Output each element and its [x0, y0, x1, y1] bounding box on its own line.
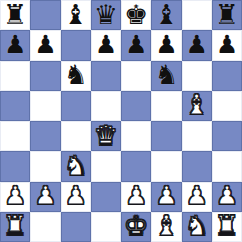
- square-d3[interactable]: [91, 151, 121, 181]
- piece-black-pawn[interactable]: ♟: [125, 32, 147, 57]
- piece-white-rook[interactable]: ♜: [3, 212, 27, 239]
- square-b2[interactable]: ♟: [30, 182, 60, 212]
- square-c2[interactable]: ♟: [61, 182, 91, 212]
- square-a3[interactable]: [0, 151, 30, 181]
- square-e5[interactable]: [121, 91, 151, 121]
- piece-black-pawn[interactable]: ♟: [216, 32, 238, 57]
- square-f8[interactable]: ♝: [151, 0, 181, 30]
- square-a7[interactable]: ♟: [0, 30, 30, 60]
- square-e4[interactable]: [121, 121, 151, 151]
- piece-white-knight[interactable]: ♞: [185, 212, 209, 239]
- square-d4[interactable]: ♛: [91, 121, 121, 151]
- square-h3[interactable]: [212, 151, 242, 181]
- square-a5[interactable]: [0, 91, 30, 121]
- square-b7[interactable]: ♟: [30, 30, 60, 60]
- square-f2[interactable]: ♟: [151, 182, 181, 212]
- square-f6[interactable]: ♞: [151, 61, 181, 91]
- square-h4[interactable]: [212, 121, 242, 151]
- square-b4[interactable]: [30, 121, 60, 151]
- square-c8[interactable]: ♝: [61, 0, 91, 30]
- square-e3[interactable]: [121, 151, 151, 181]
- square-g4[interactable]: [182, 121, 212, 151]
- square-f3[interactable]: [151, 151, 181, 181]
- chess-board: ♜♝♛♚♝♜♟♟♟♟♟♟♟♞♞♝♛♞♟♟♟♟♟♟♟♜♚♝♞♜: [0, 0, 242, 242]
- square-h6[interactable]: [212, 61, 242, 91]
- square-f7[interactable]: ♟: [151, 30, 181, 60]
- piece-black-rook[interactable]: ♜: [3, 1, 27, 28]
- square-d2[interactable]: [91, 182, 121, 212]
- square-d5[interactable]: [91, 91, 121, 121]
- square-h7[interactable]: ♟: [212, 30, 242, 60]
- piece-white-pawn[interactable]: ♟: [185, 183, 207, 208]
- piece-black-pawn[interactable]: ♟: [185, 32, 207, 57]
- square-h8[interactable]: ♜: [212, 0, 242, 30]
- square-b1[interactable]: [30, 212, 60, 242]
- piece-black-pawn[interactable]: ♟: [155, 32, 177, 57]
- square-g2[interactable]: ♟: [182, 182, 212, 212]
- square-b8[interactable]: [30, 0, 60, 30]
- piece-white-rook[interactable]: ♜: [215, 212, 239, 239]
- piece-white-pawn[interactable]: ♟: [216, 183, 238, 208]
- piece-black-queen[interactable]: ♛: [94, 1, 118, 28]
- piece-white-bishop[interactable]: ♝: [154, 212, 178, 239]
- square-g5[interactable]: ♝: [182, 91, 212, 121]
- square-c6[interactable]: ♞: [61, 61, 91, 91]
- square-e2[interactable]: ♟: [121, 182, 151, 212]
- square-b3[interactable]: [30, 151, 60, 181]
- square-g3[interactable]: [182, 151, 212, 181]
- square-e1[interactable]: ♚: [121, 212, 151, 242]
- piece-black-pawn[interactable]: ♟: [95, 32, 117, 57]
- square-d1[interactable]: [91, 212, 121, 242]
- square-g6[interactable]: [182, 61, 212, 91]
- piece-black-bishop[interactable]: ♝: [64, 1, 88, 28]
- square-d7[interactable]: ♟: [91, 30, 121, 60]
- square-e8[interactable]: ♚: [121, 0, 151, 30]
- square-g8[interactable]: [182, 0, 212, 30]
- square-c1[interactable]: [61, 212, 91, 242]
- square-c7[interactable]: [61, 30, 91, 60]
- square-e6[interactable]: [121, 61, 151, 91]
- square-h5[interactable]: [212, 91, 242, 121]
- piece-white-bishop[interactable]: ♝: [185, 91, 209, 118]
- square-a4[interactable]: [0, 121, 30, 151]
- square-d8[interactable]: ♛: [91, 0, 121, 30]
- square-e7[interactable]: ♟: [121, 30, 151, 60]
- piece-white-pawn[interactable]: ♟: [64, 183, 86, 208]
- piece-black-knight[interactable]: ♞: [64, 61, 88, 88]
- square-b5[interactable]: [30, 91, 60, 121]
- piece-white-queen[interactable]: ♛: [94, 122, 118, 149]
- piece-white-pawn[interactable]: ♟: [125, 183, 147, 208]
- square-h2[interactable]: ♟: [212, 182, 242, 212]
- piece-white-pawn[interactable]: ♟: [4, 183, 26, 208]
- square-f5[interactable]: [151, 91, 181, 121]
- square-a6[interactable]: [0, 61, 30, 91]
- piece-black-pawn[interactable]: ♟: [4, 32, 26, 57]
- square-a1[interactable]: ♜: [0, 212, 30, 242]
- square-c4[interactable]: [61, 121, 91, 151]
- square-h1[interactable]: ♜: [212, 212, 242, 242]
- piece-white-knight[interactable]: ♞: [64, 152, 88, 179]
- square-d6[interactable]: [91, 61, 121, 91]
- piece-black-king[interactable]: ♚: [124, 1, 148, 28]
- square-a8[interactable]: ♜: [0, 0, 30, 30]
- square-g1[interactable]: ♞: [182, 212, 212, 242]
- square-c3[interactable]: ♞: [61, 151, 91, 181]
- square-g7[interactable]: ♟: [182, 30, 212, 60]
- piece-white-pawn[interactable]: ♟: [155, 183, 177, 208]
- piece-white-king[interactable]: ♚: [124, 212, 148, 239]
- square-f4[interactable]: [151, 121, 181, 151]
- piece-black-bishop[interactable]: ♝: [154, 1, 178, 28]
- piece-white-pawn[interactable]: ♟: [34, 183, 56, 208]
- square-b6[interactable]: [30, 61, 60, 91]
- piece-black-pawn[interactable]: ♟: [34, 32, 56, 57]
- square-f1[interactable]: ♝: [151, 212, 181, 242]
- piece-black-rook[interactable]: ♜: [215, 1, 239, 28]
- square-a2[interactable]: ♟: [0, 182, 30, 212]
- square-c5[interactable]: [61, 91, 91, 121]
- piece-black-knight[interactable]: ♞: [154, 61, 178, 88]
